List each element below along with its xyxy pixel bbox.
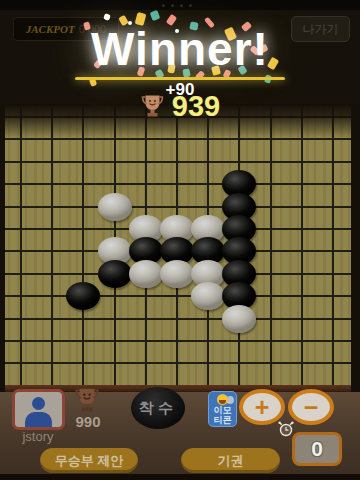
confetti-piece (103, 13, 111, 21)
player-trophy-score: 990 (64, 413, 112, 430)
trophy-score-row: 939 (0, 92, 360, 120)
emoji-face-icon (217, 394, 228, 405)
timer-counter: 0 (292, 432, 342, 466)
emoticon-label-line2: 티콘 (214, 415, 232, 425)
winner-title: Winner! (0, 22, 360, 76)
emoticon-button[interactable]: 이모 티콘 (208, 391, 237, 427)
draw-offer-button[interactable]: 무승부 제안 (40, 448, 138, 473)
white-stone (222, 305, 256, 333)
white-stone (129, 260, 163, 288)
board-left-edge (0, 104, 5, 392)
black-stone (66, 282, 100, 310)
resign-button[interactable]: 기권 (181, 448, 280, 473)
board-right-edge (351, 104, 360, 392)
white-stone (160, 260, 194, 288)
white-stone (191, 282, 225, 310)
player-trophy-icon (73, 386, 101, 414)
stones-layer (0, 104, 360, 385)
confetti-piece (150, 10, 161, 21)
app-screen: JACKPOT 0 000 나가기 Winner! +90 939 jstory (0, 0, 360, 480)
bottom-hud: jstory 990 착수 이모 티콘 + − 0 (0, 392, 360, 480)
place-stone-button[interactable]: 착수 (131, 387, 185, 429)
trophy-icon (140, 93, 165, 119)
emoticon-label-line1: 이모 (214, 405, 232, 415)
player-avatar[interactable] (12, 389, 65, 430)
black-stone (98, 260, 132, 288)
white-stone (98, 193, 132, 221)
bottom-strip (0, 474, 360, 480)
winner-score: 939 (172, 92, 220, 120)
player-name: jstory (8, 429, 68, 444)
avatar-person-icon (32, 397, 45, 410)
